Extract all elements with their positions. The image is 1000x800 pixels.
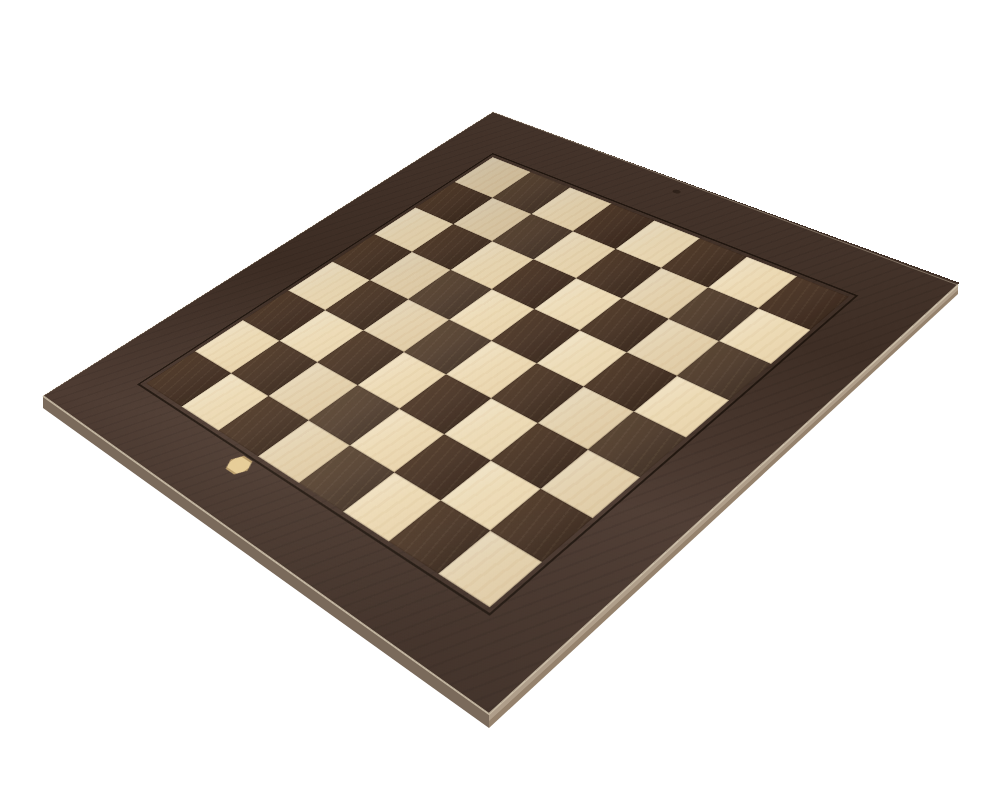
product-photo-stage [0,0,1000,800]
wood-knot [671,189,682,194]
